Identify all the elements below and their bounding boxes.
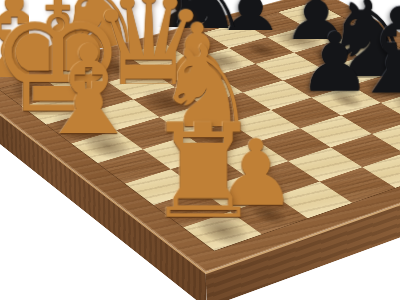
square-h5 (362, 153, 400, 188)
white-rook-glyph: ♜ (124, 106, 283, 237)
black-bishop-glyph: ♝ (330, 0, 400, 111)
square-g5 (331, 134, 400, 167)
chess-set-photo: ♜♟♞♝♚♛♟♞♟♝♚♛♟♞♟♟♟♞♝ (0, 0, 400, 300)
chess-board: ♜♟♞♝♚♛♟♞♟♝♚♛♟♞♟♟♟♞♝ (0, 0, 400, 272)
square-g6 (372, 121, 400, 153)
